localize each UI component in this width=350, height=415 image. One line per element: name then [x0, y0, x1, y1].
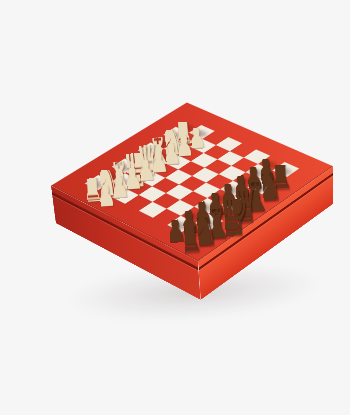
piece-white-pawn: ♟: [153, 151, 164, 160]
piece-shadow: [177, 136, 197, 146]
piece-white-knight: ♞: [100, 170, 112, 179]
square-d4: [178, 161, 205, 176]
square-g1: ♞: [98, 167, 125, 182]
piece-white-pawn: ♟: [165, 143, 176, 152]
product-photo: ♜♟♟♜♞♟♟♞♝♟♟♝♛♟♟♛♚♟♟♚♝♟♟♝♞♟♟♞♜♟♟♜: [0, 0, 350, 415]
square-c8: ♝: [247, 179, 274, 194]
piece-white-king: ♚: [126, 153, 137, 162]
piece-shadow: [138, 146, 158, 157]
piece-shadow: [126, 168, 146, 179]
piece-white-pawn: ♟: [139, 159, 150, 168]
piece-shadow: [152, 152, 172, 163]
piece-white-pawn: ♟: [190, 127, 201, 135]
piece-shadow: [176, 122, 196, 132]
piece-shadow: [164, 130, 184, 140]
square-d3: [165, 155, 191, 170]
piece-black-pawn: ♟: [260, 158, 272, 167]
piece-shadow: [259, 159, 280, 170]
square-b3: [190, 139, 216, 153]
pawn-glyph: ♟: [136, 167, 156, 168]
square-c1: ♝: [151, 135, 177, 149]
pawn-glyph: ♟: [174, 143, 193, 144]
square-a5: [230, 143, 256, 157]
square-b6: [231, 158, 258, 173]
piece-shadow: [190, 128, 210, 138]
square-a8: ♜: [272, 162, 299, 177]
scene-3d: ♜♟♟♜♞♟♟♞♝♟♟♝♛♟♟♛♚♟♟♚♝♟♟♝♞♟♟♞♜♟♟♜: [85, 69, 298, 282]
square-a4: [216, 137, 242, 151]
piece-shadow: [165, 144, 185, 155]
piece-white-pawn: ♟: [126, 168, 138, 177]
square-e2: ♟: [138, 157, 164, 172]
square-c5: [205, 159, 232, 174]
square-a2: ♟: [189, 125, 215, 139]
square-a1: ♜: [176, 119, 202, 133]
piece-white-bishop: ♝: [152, 137, 163, 145]
piece-shadow: [151, 138, 171, 148]
pawn-glyph: ♟: [162, 151, 181, 152]
square-a6: [244, 149, 270, 164]
piece-shadow: [126, 154, 146, 165]
knight-glyph: ♞: [92, 177, 119, 179]
piece-shadow: [85, 179, 105, 190]
pawn-glyph: ♟: [256, 166, 276, 167]
square-c3: [177, 147, 203, 161]
piece-shadow: [112, 162, 132, 173]
square-c4: [191, 153, 217, 168]
square-c2: ♟: [164, 141, 190, 155]
piece-shadow: [139, 160, 159, 171]
square-h1: ♜: [85, 175, 112, 190]
piece-white-pawn: ♟: [178, 135, 189, 143]
piece-white-rook: ♜: [177, 121, 188, 129]
piece-shadow: [183, 227, 205, 239]
piece-shadow: [261, 174, 282, 185]
square-a3: [202, 131, 228, 145]
queen-glyph: ♛: [128, 152, 161, 154]
piece-white-pawn: ♟: [113, 176, 125, 185]
square-f2: ♟: [125, 165, 152, 180]
pawn-glyph: ♟: [123, 175, 143, 176]
square-b2: ♟: [177, 133, 203, 147]
bishop-glyph: ♝: [143, 144, 172, 146]
piece-shadow: [99, 170, 119, 181]
piece-white-bishop: ♝: [113, 161, 124, 170]
square-b1: ♞: [163, 127, 189, 141]
knight-glyph: ♞: [158, 136, 184, 138]
square-a7: ♟: [258, 156, 285, 171]
pawn-glyph: ♟: [149, 159, 168, 160]
chess-box-lid-top: ♜♟♟♜♞♟♟♞♝♟♟♝♛♟♟♛♚♟♟♚♝♟♟♝♞♟♟♞♜♟♟♜: [51, 102, 333, 261]
square-d2: ♟: [151, 149, 177, 163]
rook-glyph: ♜: [172, 129, 194, 131]
piece-white-knight: ♞: [165, 129, 176, 137]
square-b4: [204, 145, 230, 159]
square-d1: ♛: [138, 143, 164, 157]
bishop-glyph: ♝: [104, 168, 134, 170]
square-f1: ♝: [112, 159, 138, 174]
piece-white-queen: ♛: [139, 145, 150, 154]
pawn-glyph: ♟: [187, 135, 206, 136]
square-b5: [217, 151, 243, 166]
square-e3: [152, 163, 179, 178]
square-c6: [219, 166, 246, 181]
square-e1: ♚: [125, 150, 151, 164]
king-glyph: ♚: [113, 160, 151, 163]
